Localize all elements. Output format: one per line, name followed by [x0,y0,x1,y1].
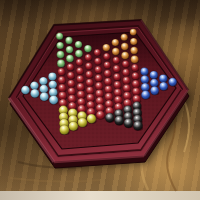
marble-red[interactable] [95,74,103,82]
marble-yellow[interactable] [59,125,69,135]
marble-black[interactable] [114,116,124,126]
marble-red[interactable] [132,80,140,88]
marble-red[interactable] [58,68,66,76]
marble-red[interactable] [86,86,94,94]
marble-cyan[interactable] [40,92,49,101]
marble-black[interactable] [124,118,134,128]
marble-red[interactable] [114,81,122,89]
marble-cyan[interactable] [30,81,38,89]
marble-black[interactable] [105,113,114,122]
marble-yellow[interactable] [69,121,79,131]
marble-red[interactable] [85,62,92,69]
marble-red[interactable] [96,111,105,120]
marble-green[interactable] [75,50,83,58]
marble-red[interactable] [104,70,112,78]
marble-red[interactable] [76,67,83,74]
marble-red[interactable] [95,66,102,73]
marble-red[interactable] [123,84,131,92]
marble-green[interactable] [56,33,63,40]
marble-red[interactable] [131,64,138,71]
marble-blue[interactable] [150,79,158,87]
marble-cyan[interactable] [40,85,49,94]
marble-red[interactable] [114,89,122,97]
marble-red[interactable] [59,92,67,100]
marble-blue[interactable] [141,91,150,100]
marble-green[interactable] [84,45,91,52]
marble-red[interactable] [122,61,129,68]
chinese-checkers-board [0,0,200,200]
marble-orange[interactable] [130,29,137,36]
marble-red[interactable] [67,72,75,80]
marble-green[interactable] [57,51,65,59]
marble-blue[interactable] [140,68,148,76]
marble-blue[interactable] [159,74,167,82]
marble-orange[interactable] [112,48,119,55]
marble-red[interactable] [58,76,66,84]
table-surface [0,0,200,200]
marble-red[interactable] [122,69,130,77]
marble-cyan[interactable] [39,77,47,85]
marble-blue[interactable] [141,75,149,83]
marble-red[interactable] [77,83,85,91]
marble-orange[interactable] [121,43,128,50]
marble-cyan[interactable] [30,89,39,98]
marble-red[interactable] [113,57,120,64]
marble-red[interactable] [113,73,121,81]
marble-red[interactable] [103,53,110,60]
marble-yellow[interactable] [78,118,88,128]
marble-red[interactable] [85,71,93,79]
marble-red[interactable] [67,80,75,88]
marble-red[interactable] [86,79,94,87]
marble-orange[interactable] [112,39,119,46]
marble-red[interactable] [67,63,74,70]
marble-red[interactable] [94,58,101,65]
marble-cyan[interactable] [48,72,56,80]
marble-orange[interactable] [121,52,129,60]
marble-yellow[interactable] [87,114,96,123]
marble-orange[interactable] [130,47,137,54]
marble-green[interactable] [57,60,65,68]
marble-red[interactable] [95,82,103,90]
marble-red[interactable] [104,85,112,93]
marble-blue[interactable] [150,86,159,95]
marble-red[interactable] [77,91,85,99]
marble-red[interactable] [132,72,140,80]
marble-orange[interactable] [130,38,137,45]
marble-green[interactable] [65,37,72,44]
marble-red[interactable] [76,75,84,83]
marble-green[interactable] [57,42,64,49]
marble-blue[interactable] [159,82,168,91]
marble-orange[interactable] [131,55,139,63]
marble-red[interactable] [123,77,131,85]
marble-green[interactable] [75,41,82,48]
marble-green[interactable] [66,55,74,63]
marble-cyan[interactable] [49,95,58,104]
marble-black[interactable] [133,121,143,131]
marble-cyan[interactable] [49,80,57,88]
marble-red[interactable] [104,61,111,68]
marble-red[interactable] [85,54,92,61]
marble-red[interactable] [94,49,101,56]
marble-cyan[interactable] [21,86,30,95]
marble-blue[interactable] [150,71,158,79]
marble-orange[interactable] [121,34,128,41]
marble-blue[interactable] [168,78,176,86]
marble-red[interactable] [113,65,120,72]
marble-red[interactable] [104,78,112,86]
marble-orange[interactable] [103,44,110,51]
marble-red[interactable] [76,59,83,66]
marble-red[interactable] [132,88,140,96]
marble-red[interactable] [58,84,66,92]
marble-green[interactable] [66,46,73,53]
marble-red[interactable] [68,87,76,95]
